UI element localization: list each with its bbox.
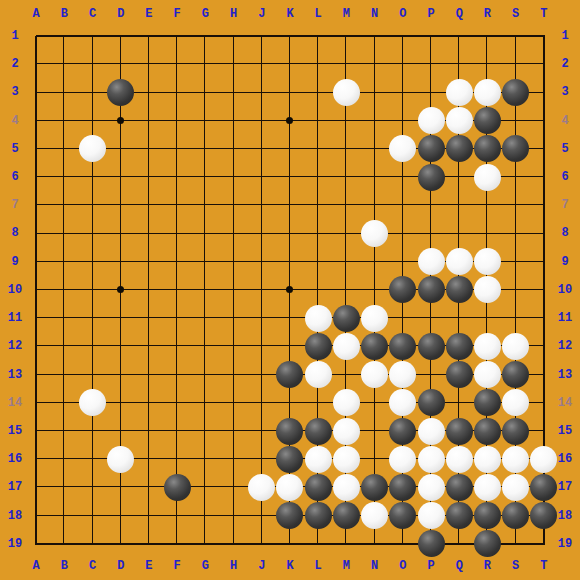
intersection-d16[interactable] bbox=[107, 445, 135, 473]
intersection-j13[interactable] bbox=[248, 361, 276, 389]
intersection-q2[interactable] bbox=[445, 50, 473, 78]
intersection-c11[interactable] bbox=[78, 304, 106, 332]
intersection-o12[interactable] bbox=[389, 332, 417, 360]
intersection-c13[interactable] bbox=[78, 361, 106, 389]
intersection-h9[interactable] bbox=[219, 248, 247, 276]
intersection-b2[interactable] bbox=[50, 50, 78, 78]
intersection-j11[interactable] bbox=[248, 304, 276, 332]
intersection-l5[interactable] bbox=[304, 135, 332, 163]
intersection-n16[interactable] bbox=[361, 445, 389, 473]
intersection-m14[interactable] bbox=[332, 389, 360, 417]
intersection-r9[interactable] bbox=[473, 248, 501, 276]
intersection-r6[interactable] bbox=[473, 163, 501, 191]
intersection-s2[interactable] bbox=[502, 50, 530, 78]
intersection-c9[interactable] bbox=[78, 248, 106, 276]
intersection-j19[interactable] bbox=[248, 530, 276, 558]
intersection-t12[interactable] bbox=[530, 332, 558, 360]
intersection-q14[interactable] bbox=[445, 389, 473, 417]
intersection-r1[interactable] bbox=[473, 22, 501, 50]
intersection-k1[interactable] bbox=[276, 22, 304, 50]
intersection-o1[interactable] bbox=[389, 22, 417, 50]
intersection-g11[interactable] bbox=[191, 304, 219, 332]
intersection-c4[interactable] bbox=[78, 107, 106, 135]
intersection-p13[interactable] bbox=[417, 361, 445, 389]
intersection-m9[interactable] bbox=[332, 248, 360, 276]
intersection-b7[interactable] bbox=[50, 191, 78, 219]
intersection-d8[interactable] bbox=[107, 219, 135, 247]
intersection-m10[interactable] bbox=[332, 276, 360, 304]
intersection-a6[interactable] bbox=[22, 163, 50, 191]
intersection-d15[interactable] bbox=[107, 417, 135, 445]
intersection-g5[interactable] bbox=[191, 135, 219, 163]
intersection-b1[interactable] bbox=[50, 22, 78, 50]
intersection-b14[interactable] bbox=[50, 389, 78, 417]
intersection-t16[interactable] bbox=[530, 445, 558, 473]
intersection-c3[interactable] bbox=[78, 78, 106, 106]
intersection-r12[interactable] bbox=[473, 332, 501, 360]
intersection-b5[interactable] bbox=[50, 135, 78, 163]
intersection-c15[interactable] bbox=[78, 417, 106, 445]
intersection-s15[interactable] bbox=[502, 417, 530, 445]
intersection-r8[interactable] bbox=[473, 219, 501, 247]
intersection-d11[interactable] bbox=[107, 304, 135, 332]
intersection-g8[interactable] bbox=[191, 219, 219, 247]
intersection-s12[interactable] bbox=[502, 332, 530, 360]
intersection-l6[interactable] bbox=[304, 163, 332, 191]
intersection-e3[interactable] bbox=[135, 78, 163, 106]
intersection-c18[interactable] bbox=[78, 502, 106, 530]
intersection-s11[interactable] bbox=[502, 304, 530, 332]
intersection-f5[interactable] bbox=[163, 135, 191, 163]
intersection-s8[interactable] bbox=[502, 219, 530, 247]
intersection-a3[interactable] bbox=[22, 78, 50, 106]
intersection-o11[interactable] bbox=[389, 304, 417, 332]
intersection-l9[interactable] bbox=[304, 248, 332, 276]
intersection-o5[interactable] bbox=[389, 135, 417, 163]
intersection-k3[interactable] bbox=[276, 78, 304, 106]
intersection-h2[interactable] bbox=[219, 50, 247, 78]
intersection-r18[interactable] bbox=[473, 502, 501, 530]
intersection-a13[interactable] bbox=[22, 361, 50, 389]
intersection-d6[interactable] bbox=[107, 163, 135, 191]
intersection-d13[interactable] bbox=[107, 361, 135, 389]
intersection-e5[interactable] bbox=[135, 135, 163, 163]
intersection-q5[interactable] bbox=[445, 135, 473, 163]
intersection-j6[interactable] bbox=[248, 163, 276, 191]
intersection-a8[interactable] bbox=[22, 219, 50, 247]
intersection-t8[interactable] bbox=[530, 219, 558, 247]
intersection-n19[interactable] bbox=[361, 530, 389, 558]
intersection-c10[interactable] bbox=[78, 276, 106, 304]
intersection-g9[interactable] bbox=[191, 248, 219, 276]
intersection-k19[interactable] bbox=[276, 530, 304, 558]
intersection-o17[interactable] bbox=[389, 473, 417, 501]
intersection-m4[interactable] bbox=[332, 107, 360, 135]
intersection-p2[interactable] bbox=[417, 50, 445, 78]
intersection-n3[interactable] bbox=[361, 78, 389, 106]
intersection-h10[interactable] bbox=[219, 276, 247, 304]
intersection-m19[interactable] bbox=[332, 530, 360, 558]
intersection-g3[interactable] bbox=[191, 78, 219, 106]
intersection-b9[interactable] bbox=[50, 248, 78, 276]
intersection-m8[interactable] bbox=[332, 219, 360, 247]
intersection-o9[interactable] bbox=[389, 248, 417, 276]
intersection-c17[interactable] bbox=[78, 473, 106, 501]
intersection-n17[interactable] bbox=[361, 473, 389, 501]
intersection-l15[interactable] bbox=[304, 417, 332, 445]
intersection-c12[interactable] bbox=[78, 332, 106, 360]
intersection-g6[interactable] bbox=[191, 163, 219, 191]
intersection-n15[interactable] bbox=[361, 417, 389, 445]
intersection-t17[interactable] bbox=[530, 473, 558, 501]
intersection-g19[interactable] bbox=[191, 530, 219, 558]
intersection-p4[interactable] bbox=[417, 107, 445, 135]
intersection-b12[interactable] bbox=[50, 332, 78, 360]
intersection-d10[interactable] bbox=[107, 276, 135, 304]
intersection-k2[interactable] bbox=[276, 50, 304, 78]
intersection-j10[interactable] bbox=[248, 276, 276, 304]
intersection-b13[interactable] bbox=[50, 361, 78, 389]
intersection-d3[interactable] bbox=[107, 78, 135, 106]
intersection-h1[interactable] bbox=[219, 22, 247, 50]
intersection-r15[interactable] bbox=[473, 417, 501, 445]
intersection-f10[interactable] bbox=[163, 276, 191, 304]
intersection-a17[interactable] bbox=[22, 473, 50, 501]
intersection-n2[interactable] bbox=[361, 50, 389, 78]
intersection-f2[interactable] bbox=[163, 50, 191, 78]
intersection-n10[interactable] bbox=[361, 276, 389, 304]
intersection-a5[interactable] bbox=[22, 135, 50, 163]
intersection-t1[interactable] bbox=[530, 22, 558, 50]
intersection-h16[interactable] bbox=[219, 445, 247, 473]
intersection-c16[interactable] bbox=[78, 445, 106, 473]
intersection-f19[interactable] bbox=[163, 530, 191, 558]
intersection-l8[interactable] bbox=[304, 219, 332, 247]
intersection-s4[interactable] bbox=[502, 107, 530, 135]
intersection-q6[interactable] bbox=[445, 163, 473, 191]
intersection-k16[interactable] bbox=[276, 445, 304, 473]
intersection-l7[interactable] bbox=[304, 191, 332, 219]
intersection-k11[interactable] bbox=[276, 304, 304, 332]
intersection-c2[interactable] bbox=[78, 50, 106, 78]
intersection-t5[interactable] bbox=[530, 135, 558, 163]
intersection-t19[interactable] bbox=[530, 530, 558, 558]
intersection-m15[interactable] bbox=[332, 417, 360, 445]
intersection-n9[interactable] bbox=[361, 248, 389, 276]
intersection-d18[interactable] bbox=[107, 502, 135, 530]
intersection-e19[interactable] bbox=[135, 530, 163, 558]
intersection-r14[interactable] bbox=[473, 389, 501, 417]
intersection-f17[interactable] bbox=[163, 473, 191, 501]
intersection-a11[interactable] bbox=[22, 304, 50, 332]
intersection-j2[interactable] bbox=[248, 50, 276, 78]
intersection-q11[interactable] bbox=[445, 304, 473, 332]
intersection-p8[interactable] bbox=[417, 219, 445, 247]
intersection-h17[interactable] bbox=[219, 473, 247, 501]
intersection-p5[interactable] bbox=[417, 135, 445, 163]
intersection-k9[interactable] bbox=[276, 248, 304, 276]
intersection-r10[interactable] bbox=[473, 276, 501, 304]
intersection-h5[interactable] bbox=[219, 135, 247, 163]
intersection-s7[interactable] bbox=[502, 191, 530, 219]
intersection-b17[interactable] bbox=[50, 473, 78, 501]
intersection-e13[interactable] bbox=[135, 361, 163, 389]
intersection-m18[interactable] bbox=[332, 502, 360, 530]
intersection-n12[interactable] bbox=[361, 332, 389, 360]
intersection-o8[interactable] bbox=[389, 219, 417, 247]
intersection-j9[interactable] bbox=[248, 248, 276, 276]
intersection-b11[interactable] bbox=[50, 304, 78, 332]
intersection-r19[interactable] bbox=[473, 530, 501, 558]
intersection-e11[interactable] bbox=[135, 304, 163, 332]
intersection-d19[interactable] bbox=[107, 530, 135, 558]
intersection-n11[interactable] bbox=[361, 304, 389, 332]
intersection-b15[interactable] bbox=[50, 417, 78, 445]
intersection-b19[interactable] bbox=[50, 530, 78, 558]
intersection-f7[interactable] bbox=[163, 191, 191, 219]
intersection-m7[interactable] bbox=[332, 191, 360, 219]
intersection-m6[interactable] bbox=[332, 163, 360, 191]
intersection-e6[interactable] bbox=[135, 163, 163, 191]
intersection-o14[interactable] bbox=[389, 389, 417, 417]
intersection-l1[interactable] bbox=[304, 22, 332, 50]
intersection-b3[interactable] bbox=[50, 78, 78, 106]
intersection-a1[interactable] bbox=[22, 22, 50, 50]
intersection-k7[interactable] bbox=[276, 191, 304, 219]
intersection-j4[interactable] bbox=[248, 107, 276, 135]
intersection-c7[interactable] bbox=[78, 191, 106, 219]
intersection-p19[interactable] bbox=[417, 530, 445, 558]
intersection-c8[interactable] bbox=[78, 219, 106, 247]
intersection-d7[interactable] bbox=[107, 191, 135, 219]
intersection-m5[interactable] bbox=[332, 135, 360, 163]
intersection-e16[interactable] bbox=[135, 445, 163, 473]
intersection-o13[interactable] bbox=[389, 361, 417, 389]
intersection-h15[interactable] bbox=[219, 417, 247, 445]
intersection-r17[interactable] bbox=[473, 473, 501, 501]
intersection-h14[interactable] bbox=[219, 389, 247, 417]
intersection-l14[interactable] bbox=[304, 389, 332, 417]
intersection-d2[interactable] bbox=[107, 50, 135, 78]
intersection-k6[interactable] bbox=[276, 163, 304, 191]
intersection-t2[interactable] bbox=[530, 50, 558, 78]
intersection-g13[interactable] bbox=[191, 361, 219, 389]
intersection-t3[interactable] bbox=[530, 78, 558, 106]
intersection-n5[interactable] bbox=[361, 135, 389, 163]
intersection-t9[interactable] bbox=[530, 248, 558, 276]
intersection-k5[interactable] bbox=[276, 135, 304, 163]
intersection-p17[interactable] bbox=[417, 473, 445, 501]
intersection-p16[interactable] bbox=[417, 445, 445, 473]
intersection-e14[interactable] bbox=[135, 389, 163, 417]
intersection-s9[interactable] bbox=[502, 248, 530, 276]
intersection-k10[interactable] bbox=[276, 276, 304, 304]
intersection-n4[interactable] bbox=[361, 107, 389, 135]
intersection-f11[interactable] bbox=[163, 304, 191, 332]
intersection-g12[interactable] bbox=[191, 332, 219, 360]
intersection-l16[interactable] bbox=[304, 445, 332, 473]
intersection-d12[interactable] bbox=[107, 332, 135, 360]
intersection-o7[interactable] bbox=[389, 191, 417, 219]
intersection-g17[interactable] bbox=[191, 473, 219, 501]
intersection-s5[interactable] bbox=[502, 135, 530, 163]
intersection-n1[interactable] bbox=[361, 22, 389, 50]
intersection-g7[interactable] bbox=[191, 191, 219, 219]
intersection-b16[interactable] bbox=[50, 445, 78, 473]
intersection-p12[interactable] bbox=[417, 332, 445, 360]
intersection-o3[interactable] bbox=[389, 78, 417, 106]
intersection-s17[interactable] bbox=[502, 473, 530, 501]
intersection-j3[interactable] bbox=[248, 78, 276, 106]
intersection-s6[interactable] bbox=[502, 163, 530, 191]
intersection-j5[interactable] bbox=[248, 135, 276, 163]
intersection-r4[interactable] bbox=[473, 107, 501, 135]
intersection-a2[interactable] bbox=[22, 50, 50, 78]
intersection-r7[interactable] bbox=[473, 191, 501, 219]
intersection-l13[interactable] bbox=[304, 361, 332, 389]
intersection-f12[interactable] bbox=[163, 332, 191, 360]
intersection-a10[interactable] bbox=[22, 276, 50, 304]
intersection-k14[interactable] bbox=[276, 389, 304, 417]
intersection-n7[interactable] bbox=[361, 191, 389, 219]
intersection-s19[interactable] bbox=[502, 530, 530, 558]
intersection-m3[interactable] bbox=[332, 78, 360, 106]
intersection-h7[interactable] bbox=[219, 191, 247, 219]
intersection-b4[interactable] bbox=[50, 107, 78, 135]
intersection-c6[interactable] bbox=[78, 163, 106, 191]
intersection-g10[interactable] bbox=[191, 276, 219, 304]
intersection-g15[interactable] bbox=[191, 417, 219, 445]
intersection-q15[interactable] bbox=[445, 417, 473, 445]
intersection-d4[interactable] bbox=[107, 107, 135, 135]
intersection-h13[interactable] bbox=[219, 361, 247, 389]
intersection-l10[interactable] bbox=[304, 276, 332, 304]
intersection-l3[interactable] bbox=[304, 78, 332, 106]
intersection-j12[interactable] bbox=[248, 332, 276, 360]
intersection-f1[interactable] bbox=[163, 22, 191, 50]
intersection-r2[interactable] bbox=[473, 50, 501, 78]
intersection-g18[interactable] bbox=[191, 502, 219, 530]
intersection-l4[interactable] bbox=[304, 107, 332, 135]
intersection-j17[interactable] bbox=[248, 473, 276, 501]
intersection-m16[interactable] bbox=[332, 445, 360, 473]
intersection-p3[interactable] bbox=[417, 78, 445, 106]
intersection-j16[interactable] bbox=[248, 445, 276, 473]
intersection-b18[interactable] bbox=[50, 502, 78, 530]
intersection-s16[interactable] bbox=[502, 445, 530, 473]
intersection-h11[interactable] bbox=[219, 304, 247, 332]
intersection-s1[interactable] bbox=[502, 22, 530, 50]
intersection-n8[interactable] bbox=[361, 219, 389, 247]
intersection-d5[interactable] bbox=[107, 135, 135, 163]
intersection-l12[interactable] bbox=[304, 332, 332, 360]
intersection-f9[interactable] bbox=[163, 248, 191, 276]
intersection-m1[interactable] bbox=[332, 22, 360, 50]
intersection-k18[interactable] bbox=[276, 502, 304, 530]
intersection-s14[interactable] bbox=[502, 389, 530, 417]
intersection-o2[interactable] bbox=[389, 50, 417, 78]
intersection-e12[interactable] bbox=[135, 332, 163, 360]
intersection-e15[interactable] bbox=[135, 417, 163, 445]
intersection-b8[interactable] bbox=[50, 219, 78, 247]
intersection-t4[interactable] bbox=[530, 107, 558, 135]
intersection-g4[interactable] bbox=[191, 107, 219, 135]
intersection-p6[interactable] bbox=[417, 163, 445, 191]
intersection-r3[interactable] bbox=[473, 78, 501, 106]
intersection-t7[interactable] bbox=[530, 191, 558, 219]
intersection-d1[interactable] bbox=[107, 22, 135, 50]
intersection-s13[interactable] bbox=[502, 361, 530, 389]
intersection-c19[interactable] bbox=[78, 530, 106, 558]
intersection-m11[interactable] bbox=[332, 304, 360, 332]
intersection-d9[interactable] bbox=[107, 248, 135, 276]
intersection-r11[interactable] bbox=[473, 304, 501, 332]
intersection-f16[interactable] bbox=[163, 445, 191, 473]
intersection-p18[interactable] bbox=[417, 502, 445, 530]
intersection-a18[interactable] bbox=[22, 502, 50, 530]
intersection-h18[interactable] bbox=[219, 502, 247, 530]
intersection-o4[interactable] bbox=[389, 107, 417, 135]
intersection-c1[interactable] bbox=[78, 22, 106, 50]
intersection-q12[interactable] bbox=[445, 332, 473, 360]
intersection-e4[interactable] bbox=[135, 107, 163, 135]
intersection-j1[interactable] bbox=[248, 22, 276, 50]
intersection-t18[interactable] bbox=[530, 502, 558, 530]
intersection-g16[interactable] bbox=[191, 445, 219, 473]
intersection-h12[interactable] bbox=[219, 332, 247, 360]
intersection-j15[interactable] bbox=[248, 417, 276, 445]
intersection-o15[interactable] bbox=[389, 417, 417, 445]
intersection-m17[interactable] bbox=[332, 473, 360, 501]
intersection-p10[interactable] bbox=[417, 276, 445, 304]
intersection-q9[interactable] bbox=[445, 248, 473, 276]
intersection-f6[interactable] bbox=[163, 163, 191, 191]
intersection-o19[interactable] bbox=[389, 530, 417, 558]
intersection-q8[interactable] bbox=[445, 219, 473, 247]
intersection-s10[interactable] bbox=[502, 276, 530, 304]
intersection-h19[interactable] bbox=[219, 530, 247, 558]
intersection-q1[interactable] bbox=[445, 22, 473, 50]
intersection-e10[interactable] bbox=[135, 276, 163, 304]
intersection-e1[interactable] bbox=[135, 22, 163, 50]
intersection-r5[interactable] bbox=[473, 135, 501, 163]
intersection-t10[interactable] bbox=[530, 276, 558, 304]
intersection-t6[interactable] bbox=[530, 163, 558, 191]
intersection-e18[interactable] bbox=[135, 502, 163, 530]
intersection-g1[interactable] bbox=[191, 22, 219, 50]
intersection-q16[interactable] bbox=[445, 445, 473, 473]
intersection-a12[interactable] bbox=[22, 332, 50, 360]
intersection-o6[interactable] bbox=[389, 163, 417, 191]
intersection-o16[interactable] bbox=[389, 445, 417, 473]
intersection-f13[interactable] bbox=[163, 361, 191, 389]
intersection-k12[interactable] bbox=[276, 332, 304, 360]
intersection-t15[interactable] bbox=[530, 417, 558, 445]
intersection-n6[interactable] bbox=[361, 163, 389, 191]
intersection-k4[interactable] bbox=[276, 107, 304, 135]
intersection-p1[interactable] bbox=[417, 22, 445, 50]
intersection-a9[interactable] bbox=[22, 248, 50, 276]
intersection-p15[interactable] bbox=[417, 417, 445, 445]
intersection-d17[interactable] bbox=[107, 473, 135, 501]
intersection-q19[interactable] bbox=[445, 530, 473, 558]
intersection-h3[interactable] bbox=[219, 78, 247, 106]
intersection-m2[interactable] bbox=[332, 50, 360, 78]
intersection-j18[interactable] bbox=[248, 502, 276, 530]
intersection-k8[interactable] bbox=[276, 219, 304, 247]
intersection-a19[interactable] bbox=[22, 530, 50, 558]
intersection-n13[interactable] bbox=[361, 361, 389, 389]
